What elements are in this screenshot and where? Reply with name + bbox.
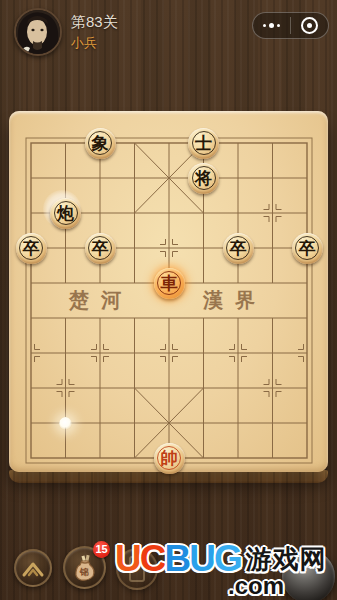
piece-glyph: 象 [92,128,109,159]
watermark-letter: G [214,538,241,580]
chevron-up-button[interactable] [14,549,52,587]
piece-glyph: 卒 [92,233,109,264]
dark-orb-button[interactable] [282,550,335,600]
third-button[interactable] [116,548,158,590]
avatar-portrait [16,10,60,54]
hint-count-badge: 15 [93,541,110,558]
piece-glyph: 卒 [23,233,40,264]
piece-glyph: 将 [195,163,212,194]
more-button[interactable] [253,13,290,38]
piece-black-卒[interactable]: 卒 [85,233,116,264]
piece-glyph: 炮 [57,198,74,229]
piece-glyph: 士 [195,128,212,159]
piece-black-将[interactable]: 将 [188,163,219,194]
exit-button[interactable] [291,13,328,38]
watermark-letter: B [164,538,189,580]
bag-label: 锦 [79,567,89,577]
piece-glyph: 帥 [161,443,178,474]
piece-layer: 象士将炮卒卒卒卒車帥 [9,111,328,472]
miniprogram-capsule [252,12,329,39]
chevron-up-icon [21,558,45,578]
piece-glyph: 卒 [299,233,316,264]
level-title: 第83关 [71,13,118,32]
piece-red-帥[interactable]: 帥 [154,443,185,474]
avatar [14,8,62,56]
piece-black-士[interactable]: 士 [188,128,219,159]
piece-red-車-selected[interactable]: 車 [154,268,185,299]
piece-glyph: 車 [161,268,178,299]
watermark-letter: U [189,538,214,580]
piece-black-象[interactable]: 象 [85,128,116,159]
scroll-icon [129,556,145,582]
watermark-domain: .com [228,572,284,600]
more-dots-icon [263,23,280,28]
piece-glyph: 卒 [230,233,247,264]
piece-black-卒[interactable]: 卒 [16,233,47,264]
level-subtitle: 小兵 [71,34,97,52]
piece-black-炮[interactable]: 炮 [50,198,81,229]
piece-black-卒[interactable]: 卒 [292,233,323,264]
hint-dot [59,417,72,430]
circle-target-icon [301,17,318,34]
money-bag-icon: 锦 [70,553,100,583]
piece-black-卒[interactable]: 卒 [223,233,254,264]
